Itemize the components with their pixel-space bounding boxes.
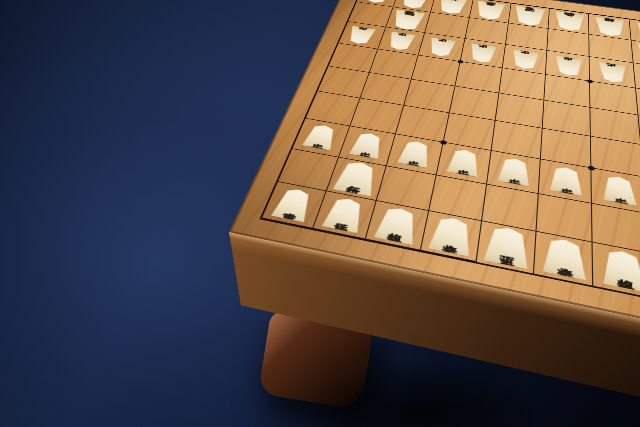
piece-kanji: 歩兵: [559, 179, 574, 182]
piece-white-knight[interactable]: 桂馬: [398, 0, 430, 10]
piece-black-knight[interactable]: 桂馬: [321, 195, 368, 233]
piece-white-lance[interactable]: 香車: [362, 0, 393, 4]
piece-white-pawn[interactable]: 歩兵: [426, 37, 456, 57]
shogi-board: 香車桂馬銀将金将玉将金将銀将桂馬香車飛車角行歩兵歩兵歩兵歩兵歩兵歩兵歩兵歩兵歩兵…: [229, 0, 640, 356]
piece-black-pawn[interactable]: 歩兵: [497, 156, 532, 187]
piece-white-silver-general[interactable]: 銀将: [595, 17, 627, 39]
piece-kanji: 銀将: [604, 26, 616, 28]
piece-black-pawn[interactable]: 歩兵: [446, 147, 482, 177]
piece-black-gold-general[interactable]: 金将: [427, 214, 475, 257]
piece-kanji: 歩兵: [436, 46, 448, 48]
piece-white-gold-general[interactable]: 金将: [474, 1, 507, 22]
piece-kanji: 歩兵: [360, 144, 374, 146]
piece-white-silver-general[interactable]: 銀将: [435, 0, 467, 16]
piece-white-pawn[interactable]: 歩兵: [554, 55, 582, 77]
piece-black-gold-general[interactable]: 金将: [541, 235, 587, 280]
piece-kanji: 飛車: [402, 19, 413, 21]
piece-kanji: 金将: [443, 234, 459, 237]
piece-white-pawn[interactable]: 歩兵: [385, 31, 416, 51]
piece-kanji: 銀将: [615, 268, 632, 271]
piece-black-pawn[interactable]: 歩兵: [348, 131, 386, 159]
piece-kanji: 歩兵: [314, 136, 327, 138]
piece-kanji: 歩兵: [562, 65, 575, 67]
piece-kanji: 香車: [286, 203, 301, 206]
piece-kanji: 銀将: [389, 224, 404, 227]
piece-white-bishop[interactable]: 角行: [636, 43, 640, 69]
piece-white-gold-general[interactable]: 金将: [554, 11, 586, 33]
scene: 香車桂馬銀将金将玉将金将銀将桂馬香車飛車角行歩兵歩兵歩兵歩兵歩兵歩兵歩兵歩兵歩兵…: [0, 0, 640, 427]
piece-kanji: 歩兵: [395, 40, 407, 42]
piece-black-king[interactable]: 王将: [482, 224, 531, 270]
piece-kanji: 銀将: [447, 4, 458, 5]
piece-black-pawn[interactable]: 歩兵: [602, 174, 638, 206]
piece-black-pawn[interactable]: 歩兵: [396, 139, 433, 168]
piece-kanji: 歩兵: [612, 189, 628, 192]
piece-kanji: 歩兵: [477, 52, 489, 54]
piece-kanji: 歩兵: [408, 153, 422, 155]
piece-white-king[interactable]: 玉将: [512, 5, 546, 27]
piece-kanji: 歩兵: [606, 71, 619, 73]
piece-kanji: 桂馬: [409, 0, 420, 1]
piece-kanji: 歩兵: [356, 34, 367, 36]
piece-kanji: 歩兵: [519, 58, 531, 60]
piece-kanji: 歩兵: [507, 170, 522, 173]
piece-black-silver-general[interactable]: 銀将: [601, 247, 640, 292]
piece-kanji: 玉将: [524, 15, 535, 17]
piece-kanji: 王将: [499, 245, 515, 248]
piece-white-pawn[interactable]: 歩兵: [511, 49, 540, 70]
board-cell[interactable]: [534, 232, 593, 286]
piece-kanji: 金将: [556, 257, 573, 260]
piece-kanji: 角行: [349, 177, 363, 180]
piece-black-bishop[interactable]: 角行: [331, 159, 381, 197]
piece-kanji: 歩兵: [457, 161, 471, 164]
piece-kanji: 金将: [485, 10, 496, 12]
piece-black-pawn[interactable]: 歩兵: [549, 165, 583, 196]
piece-white-rook[interactable]: 飛車: [389, 9, 426, 31]
piece-black-pawn[interactable]: 歩兵: [301, 123, 339, 151]
piece-black-silver-general[interactable]: 銀将: [373, 205, 421, 245]
piece-white-pawn[interactable]: 歩兵: [468, 43, 498, 64]
piece-white-pawn[interactable]: 歩兵: [598, 62, 628, 84]
piece-white-knight[interactable]: 桂馬: [636, 22, 640, 43]
piece-kanji: 金将: [564, 20, 576, 22]
board-cell[interactable]: [593, 242, 640, 298]
piece-kanji: 桂馬: [337, 213, 352, 216]
piece-white-pawn[interactable]: 歩兵: [345, 26, 377, 46]
piece-black-lance[interactable]: 香車: [270, 186, 316, 222]
